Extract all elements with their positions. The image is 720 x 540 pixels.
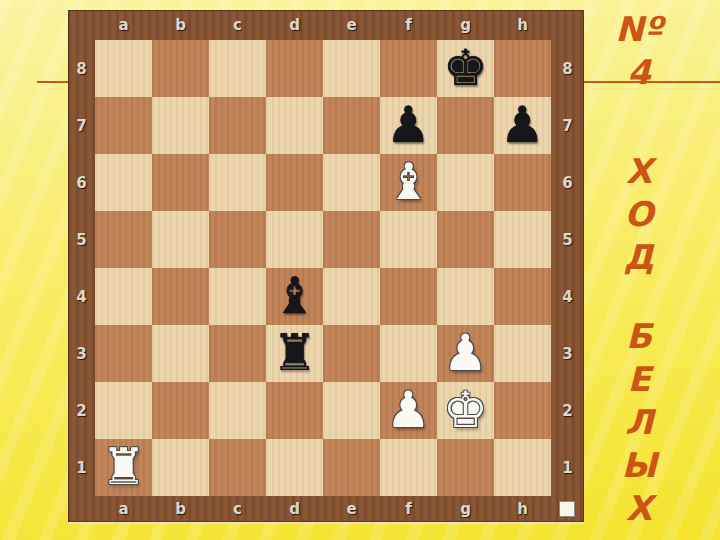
rank-label-right-3: 3 (551, 325, 584, 382)
square-f7[interactable]: ♟ (380, 97, 437, 154)
piece-black-rook: ♜ (266, 325, 323, 382)
chess-board: abcdefgh abcdefgh 87654321 87654321 ♚♟♟♝… (68, 10, 584, 522)
rank-labels-left: 87654321 (68, 40, 95, 496)
file-label-top-f: f (380, 10, 437, 40)
rank-label-right-7: 7 (551, 97, 584, 154)
square-f8[interactable] (380, 40, 437, 97)
rank-label-right-5: 5 (551, 211, 584, 268)
square-d3[interactable]: ♜ (266, 325, 323, 382)
square-a5[interactable] (95, 211, 152, 268)
square-h2[interactable] (494, 382, 551, 439)
file-label-bottom-h: h (494, 496, 551, 522)
square-d8[interactable] (266, 40, 323, 97)
square-b3[interactable] (152, 325, 209, 382)
piece-black-pawn: ♟ (494, 97, 551, 154)
square-a2[interactable] (95, 382, 152, 439)
square-a8[interactable] (95, 40, 152, 97)
file-label-top-h: h (494, 10, 551, 40)
square-h5[interactable] (494, 211, 551, 268)
rank-label-right-1: 1 (551, 439, 584, 496)
rank-label-right-6: 6 (551, 154, 584, 211)
square-b4[interactable] (152, 268, 209, 325)
caption-letter: Х (606, 150, 672, 193)
file-label-top-c: c (209, 10, 266, 40)
square-e1[interactable] (323, 439, 380, 496)
square-b6[interactable] (152, 154, 209, 211)
file-label-bottom-g: g (437, 496, 494, 522)
caption-letter: Б (606, 315, 672, 358)
square-g2[interactable]: ♚ (437, 382, 494, 439)
square-a4[interactable] (95, 268, 152, 325)
piece-white-pawn: ♟ (380, 382, 437, 439)
square-g6[interactable] (437, 154, 494, 211)
caption-letter: Д (606, 236, 672, 279)
file-label-top-d: d (266, 10, 323, 40)
square-c1[interactable] (209, 439, 266, 496)
square-e2[interactable] (323, 382, 380, 439)
square-f6[interactable]: ♝ (380, 154, 437, 211)
piece-black-bishop: ♝ (266, 268, 323, 325)
file-label-bottom-b: b (152, 496, 209, 522)
square-b8[interactable] (152, 40, 209, 97)
board-grid: ♚♟♟♝♝♜♟♟♚♜ (95, 40, 551, 496)
square-a6[interactable] (95, 154, 152, 211)
caption-group: ХОД (606, 150, 672, 279)
white-to-move-indicator (559, 501, 575, 517)
square-e4[interactable] (323, 268, 380, 325)
square-h4[interactable] (494, 268, 551, 325)
caption-group: Nº4 (606, 8, 672, 94)
square-e5[interactable] (323, 211, 380, 268)
square-d6[interactable] (266, 154, 323, 211)
caption-letter: Е (606, 358, 672, 401)
caption-letter: Л (606, 401, 672, 444)
square-a7[interactable] (95, 97, 152, 154)
square-e6[interactable] (323, 154, 380, 211)
square-b1[interactable] (152, 439, 209, 496)
file-label-top-b: b (152, 10, 209, 40)
file-label-top-a: a (95, 10, 152, 40)
square-a3[interactable] (95, 325, 152, 382)
piece-white-king: ♚ (437, 382, 494, 439)
square-g7[interactable] (437, 97, 494, 154)
square-c7[interactable] (209, 97, 266, 154)
file-label-bottom-d: d (266, 496, 323, 522)
rank-label-left-2: 2 (68, 382, 95, 439)
square-e3[interactable] (323, 325, 380, 382)
square-g3[interactable]: ♟ (437, 325, 494, 382)
square-e7[interactable] (323, 97, 380, 154)
square-d4[interactable]: ♝ (266, 268, 323, 325)
square-b2[interactable] (152, 382, 209, 439)
square-f4[interactable] (380, 268, 437, 325)
piece-white-pawn: ♟ (437, 325, 494, 382)
caption-letter: 4 (606, 51, 672, 94)
square-b7[interactable] (152, 97, 209, 154)
piece-white-rook: ♜ (95, 439, 152, 496)
rank-label-left-8: 8 (68, 40, 95, 97)
square-h1[interactable] (494, 439, 551, 496)
square-c4[interactable] (209, 268, 266, 325)
caption-group: БЕЛЫХ (606, 315, 672, 530)
caption-letter: Nº (606, 8, 672, 51)
piece-white-bishop: ♝ (380, 154, 437, 211)
file-labels-top: abcdefgh (95, 10, 551, 40)
square-f1[interactable] (380, 439, 437, 496)
square-e8[interactable] (323, 40, 380, 97)
square-b5[interactable] (152, 211, 209, 268)
file-label-bottom-c: c (209, 496, 266, 522)
rank-label-left-5: 5 (68, 211, 95, 268)
piece-black-pawn: ♟ (380, 97, 437, 154)
piece-black-king: ♚ (437, 40, 494, 97)
file-label-bottom-a: a (95, 496, 152, 522)
caption-letter: О (606, 193, 672, 236)
file-label-bottom-e: e (323, 496, 380, 522)
square-h6[interactable] (494, 154, 551, 211)
square-d1[interactable] (266, 439, 323, 496)
square-d7[interactable] (266, 97, 323, 154)
rank-label-right-4: 4 (551, 268, 584, 325)
caption-letter: Ы (606, 444, 672, 487)
square-c6[interactable] (209, 154, 266, 211)
square-g4[interactable] (437, 268, 494, 325)
square-c8[interactable] (209, 40, 266, 97)
square-a1[interactable]: ♜ (95, 439, 152, 496)
square-g5[interactable] (437, 211, 494, 268)
rank-label-right-2: 2 (551, 382, 584, 439)
rank-label-left-4: 4 (68, 268, 95, 325)
square-d2[interactable] (266, 382, 323, 439)
square-d5[interactable] (266, 211, 323, 268)
rank-label-right-8: 8 (551, 40, 584, 97)
rank-labels-right: 87654321 (551, 40, 584, 496)
square-g1[interactable] (437, 439, 494, 496)
square-h8[interactable] (494, 40, 551, 97)
rank-label-left-6: 6 (68, 154, 95, 211)
rank-label-left-3: 3 (68, 325, 95, 382)
file-label-top-e: e (323, 10, 380, 40)
square-h7[interactable]: ♟ (494, 97, 551, 154)
caption-letter: Х (606, 487, 672, 530)
square-f3[interactable] (380, 325, 437, 382)
file-labels-bottom: abcdefgh (95, 496, 551, 522)
square-g8[interactable]: ♚ (437, 40, 494, 97)
rank-label-left-7: 7 (68, 97, 95, 154)
square-c3[interactable] (209, 325, 266, 382)
file-label-bottom-f: f (380, 496, 437, 522)
file-label-top-g: g (437, 10, 494, 40)
rank-label-left-1: 1 (68, 439, 95, 496)
slide-background: abcdefgh abcdefgh 87654321 87654321 ♚♟♟♝… (0, 0, 720, 540)
square-c2[interactable] (209, 382, 266, 439)
square-f2[interactable]: ♟ (380, 382, 437, 439)
square-f5[interactable] (380, 211, 437, 268)
puzzle-caption: Nº4ХОДБЕЛЫХ (606, 8, 672, 530)
square-h3[interactable] (494, 325, 551, 382)
square-c5[interactable] (209, 211, 266, 268)
